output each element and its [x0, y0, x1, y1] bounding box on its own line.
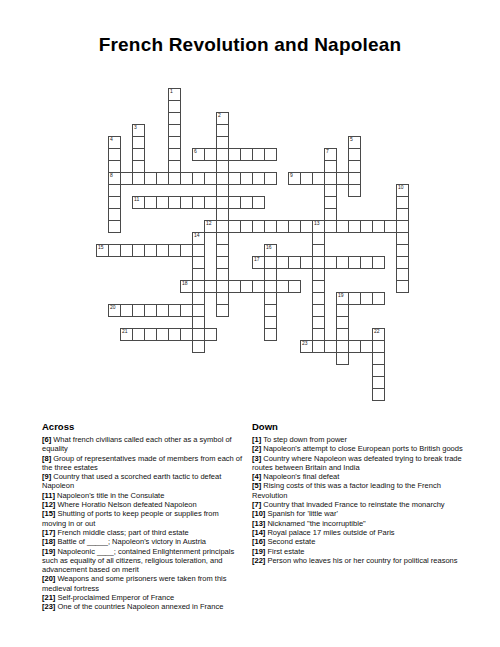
grid-cell-r17c23[interactable]: [372, 292, 385, 305]
cell-number-3: 3: [134, 125, 137, 130]
down-header: Down: [252, 421, 466, 432]
clue-number: [14]: [252, 528, 267, 537]
clue-20-across: [20] Weapons and some prisoners were tak…: [42, 574, 244, 593]
cell-number-6: 6: [194, 149, 197, 154]
clue-16-down: [16] Second estate: [252, 537, 466, 546]
grid-cell-r20c9[interactable]: [204, 328, 217, 341]
grid-cell-r16c25[interactable]: [396, 280, 409, 293]
clue-17-across: [17] French middle class; part of third …: [42, 528, 244, 537]
clue-number: [15]: [42, 509, 57, 518]
clue-6-across: [6] What french civilians called each ot…: [42, 435, 244, 454]
clue-number: [19]: [252, 547, 267, 556]
cell-number-17: 17: [254, 257, 260, 262]
cell-number-1: 1: [170, 89, 173, 94]
clue-9-across: [9] Country that used a scorched earth t…: [42, 472, 244, 491]
clue-22-down: [22] Person who leaves his or her countr…: [252, 556, 466, 565]
clue-7-down: [7] Country that invaded France to reins…: [252, 500, 466, 509]
cell-number-19: 19: [338, 293, 344, 298]
clue-number: [20]: [42, 574, 57, 583]
clue-number: [13]: [252, 519, 267, 528]
clue-13-down: [13] Nicknamed "the incorruptible": [252, 519, 466, 528]
clue-number: [8]: [42, 454, 53, 463]
across-clues-section: Across [6] What french civilians called …: [42, 421, 244, 612]
clue-number: [16]: [252, 537, 267, 546]
cell-number-22: 22: [374, 329, 380, 334]
cell-number-14: 14: [194, 233, 200, 238]
grid-cell-r8c21[interactable]: [348, 184, 361, 197]
across-clue-list: [6] What french civilians called each ot…: [42, 435, 244, 612]
crossword-page: French Revolution and Napolean 123456789…: [0, 0, 500, 647]
clue-number: [9]: [42, 472, 53, 481]
clue-11-across: [11] Napoleon's title in the Consulate: [42, 491, 244, 500]
cell-number-9: 9: [290, 173, 293, 178]
down-clue-list: [1] To step down from power[2] Napoleon'…: [252, 435, 466, 565]
cell-number-13: 13: [314, 221, 320, 226]
clue-12-across: [12] Where Horatio Nelson defeated Napol…: [42, 500, 244, 509]
grid-cell-r9c13[interactable]: [252, 196, 265, 209]
clue-number: [1]: [252, 435, 263, 444]
clue-number: [10]: [252, 509, 267, 518]
clue-15-across: [15] Shutting of ports to keep people or…: [42, 509, 244, 528]
cell-number-8: 8: [110, 173, 113, 178]
grid-cell-r16c16[interactable]: [288, 280, 301, 293]
crossword-grid: 1234567891011121314151617181920212223: [96, 88, 409, 401]
clue-number: [23]: [42, 602, 57, 611]
grid-cell-r18c10[interactable]: [216, 304, 229, 317]
clue-number: [22]: [252, 556, 267, 565]
clue-number: [19]: [42, 547, 57, 556]
clue-number: [7]: [252, 500, 263, 509]
cell-number-16: 16: [266, 245, 272, 250]
clue-4-down: [4] Napoleon's final defeat: [252, 472, 466, 481]
cell-number-11: 11: [134, 197, 139, 202]
clue-number: [21]: [42, 593, 57, 602]
clue-21-across: [21] Self-proclaimed Emperor of France: [42, 593, 244, 602]
clue-3-down: [3] Country where Napoleon was defeated …: [252, 454, 466, 473]
grid-cell-r14c23[interactable]: [372, 256, 385, 269]
clue-8-across: [8] Group of representatives made of mem…: [42, 454, 244, 473]
down-clues-section: Down [1] To step down from power[2] Napo…: [252, 421, 466, 565]
clue-number: [3]: [252, 454, 263, 463]
clue-number: [17]: [42, 528, 57, 537]
clue-19-down: [19] First estate: [252, 547, 466, 556]
cell-number-5: 5: [350, 137, 353, 142]
grid-cell-r7c14[interactable]: [264, 172, 277, 185]
cell-number-23: 23: [302, 341, 308, 346]
clue-14-down: [14] Royal palace 17 miles outside of Pa…: [252, 528, 466, 537]
clue-number: [2]: [252, 444, 263, 453]
clue-number: [18]: [42, 537, 57, 546]
clue-1-down: [1] To step down from power: [252, 435, 466, 444]
clue-number: [12]: [42, 500, 57, 509]
cell-number-18: 18: [182, 281, 188, 286]
clue-23-across: [23] One of the countries Napoleon annex…: [42, 602, 244, 611]
cell-number-2: 2: [218, 113, 221, 118]
clue-10-down: [10] Spanish for 'little war': [252, 509, 466, 518]
cell-number-12: 12: [206, 221, 212, 226]
grid-cell-r20c14[interactable]: [264, 328, 277, 341]
cell-number-7: 7: [326, 149, 329, 154]
cell-number-21: 21: [122, 329, 128, 334]
grid-cell-r11c1[interactable]: [108, 220, 121, 233]
puzzle-title: French Revolution and Napolean: [0, 34, 500, 56]
clue-number: [11]: [42, 491, 57, 500]
clue-number: [6]: [42, 435, 53, 444]
cell-number-10: 10: [398, 185, 404, 190]
grid-cell-r5c14[interactable]: [264, 148, 277, 161]
clue-19-across: [19] Napoleonic ____; contained Enlighte…: [42, 547, 244, 575]
grid-cell-r22c20[interactable]: [336, 352, 349, 365]
across-header: Across: [42, 421, 244, 432]
grid-cell-r21c8[interactable]: [192, 340, 205, 353]
clue-number: [5]: [252, 481, 263, 490]
clue-number: [4]: [252, 472, 263, 481]
clue-18-across: [18] Battle of _____; Napoleon's victory…: [42, 537, 244, 546]
cell-number-15: 15: [98, 245, 104, 250]
cell-number-4: 4: [110, 137, 113, 142]
clue-2-down: [2] Napoleon's attempt to close European…: [252, 444, 466, 453]
clue-5-down: [5] Rising costs of this was a factor le…: [252, 481, 466, 500]
grid-cell-r25c23[interactable]: [372, 388, 385, 401]
cell-number-20: 20: [110, 305, 116, 310]
